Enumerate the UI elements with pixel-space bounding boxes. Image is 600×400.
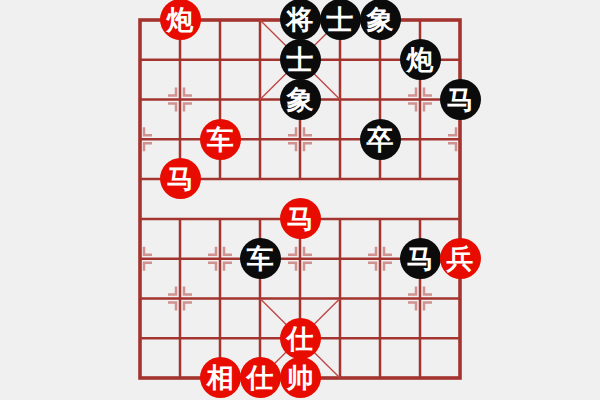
xiangqi-board[interactable]: 炮将士象士炮象马车卒马马车马兵仕相仕帅	[120, 0, 480, 398]
piece-black-advisor[interactable]: 士	[320, 0, 361, 40]
piece-red-horse[interactable]: 马	[160, 158, 201, 199]
piece-red-advisor[interactable]: 仕	[280, 318, 321, 359]
piece-red-soldier[interactable]: 兵	[440, 238, 481, 279]
piece-black-horse[interactable]: 马	[440, 79, 481, 120]
piece-black-horse[interactable]: 马	[400, 238, 441, 279]
piece-black-general[interactable]: 将	[280, 0, 321, 40]
piece-red-cannon[interactable]: 炮	[160, 0, 201, 40]
piece-red-advisor[interactable]: 仕	[240, 357, 281, 398]
piece-black-elephant[interactable]: 象	[280, 79, 321, 120]
xiangqi-app-screen: 炮将士象士炮象马车卒马马车马兵仕相仕帅	[0, 0, 600, 400]
piece-black-advisor[interactable]: 士	[280, 39, 321, 80]
piece-red-horse[interactable]: 马	[280, 198, 321, 239]
piece-red-chariot[interactable]: 车	[200, 119, 241, 160]
piece-red-elephant[interactable]: 相	[200, 357, 241, 398]
piece-red-general[interactable]: 帅	[280, 357, 321, 398]
piece-black-soldier[interactable]: 卒	[360, 119, 401, 160]
piece-black-chariot[interactable]: 车	[240, 238, 281, 279]
piece-black-cannon[interactable]: 炮	[400, 39, 441, 80]
piece-black-elephant[interactable]: 象	[360, 0, 401, 40]
